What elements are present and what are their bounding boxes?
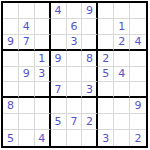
sudoku-cell-empty[interactable] xyxy=(51,98,67,114)
sudoku-cell-empty[interactable] xyxy=(82,67,98,83)
sudoku-cell-empty[interactable] xyxy=(114,51,130,67)
sudoku-cell-given[interactable]: 8 xyxy=(82,51,98,67)
sudoku-cell-empty[interactable] xyxy=(19,114,35,130)
sudoku-cell-given[interactable]: 5 xyxy=(51,114,67,130)
sudoku-cell-given[interactable]: 9 xyxy=(3,35,19,51)
sudoku-cell-empty[interactable] xyxy=(114,130,130,146)
sudoku-cell-empty[interactable] xyxy=(82,98,98,114)
sudoku-cell-empty[interactable] xyxy=(19,82,35,98)
sudoku-cell-empty[interactable] xyxy=(19,3,35,19)
sudoku-cell-empty[interactable] xyxy=(114,98,130,114)
sudoku-cell-empty[interactable] xyxy=(35,114,51,130)
sudoku-cell-empty[interactable] xyxy=(3,67,19,83)
sudoku-cell-empty[interactable] xyxy=(19,98,35,114)
sudoku-cell-empty[interactable] xyxy=(35,82,51,98)
sudoku-cell-empty[interactable] xyxy=(67,130,83,146)
sudoku-cell-given[interactable]: 5 xyxy=(3,130,19,146)
sudoku-board: 49461973241982935473895725432 xyxy=(1,1,148,148)
sudoku-cell-given[interactable]: 2 xyxy=(114,35,130,51)
sudoku-cell-empty[interactable] xyxy=(130,19,146,35)
sudoku-cell-empty[interactable] xyxy=(67,67,83,83)
sudoku-cell-empty[interactable] xyxy=(82,35,98,51)
sudoku-cell-empty[interactable] xyxy=(51,35,67,51)
sudoku-cell-empty[interactable] xyxy=(3,114,19,130)
sudoku-cell-given[interactable]: 1 xyxy=(35,51,51,67)
sudoku-cell-empty[interactable] xyxy=(19,130,35,146)
sudoku-cell-empty[interactable] xyxy=(67,98,83,114)
sudoku-cell-given[interactable]: 3 xyxy=(35,67,51,83)
sudoku-cell-given[interactable]: 3 xyxy=(82,82,98,98)
sudoku-cell-empty[interactable] xyxy=(98,82,114,98)
sudoku-cell-given[interactable]: 9 xyxy=(82,3,98,19)
sudoku-cell-given[interactable]: 4 xyxy=(51,3,67,19)
sudoku-cell-empty[interactable] xyxy=(130,114,146,130)
sudoku-cell-empty[interactable] xyxy=(67,82,83,98)
sudoku-cell-empty[interactable] xyxy=(51,19,67,35)
sudoku-cell-empty[interactable] xyxy=(130,51,146,67)
sudoku-cell-empty[interactable] xyxy=(35,3,51,19)
sudoku-cell-empty[interactable] xyxy=(130,3,146,19)
sudoku-cell-given[interactable]: 4 xyxy=(19,19,35,35)
sudoku-cell-empty[interactable] xyxy=(51,130,67,146)
sudoku-cell-empty[interactable] xyxy=(3,19,19,35)
sudoku-cell-given[interactable]: 7 xyxy=(51,82,67,98)
sudoku-cell-empty[interactable] xyxy=(98,98,114,114)
sudoku-cell-empty[interactable] xyxy=(3,51,19,67)
sudoku-cell-empty[interactable] xyxy=(3,82,19,98)
sudoku-cell-given[interactable]: 4 xyxy=(114,67,130,83)
sudoku-cell-given[interactable]: 2 xyxy=(130,130,146,146)
sudoku-cell-empty[interactable] xyxy=(130,82,146,98)
sudoku-cell-given[interactable]: 5 xyxy=(98,67,114,83)
sudoku-cell-given[interactable]: 9 xyxy=(51,51,67,67)
sudoku-cell-given[interactable]: 3 xyxy=(98,130,114,146)
sudoku-cell-empty[interactable] xyxy=(130,67,146,83)
sudoku-cell-empty[interactable] xyxy=(82,130,98,146)
sudoku-cell-empty[interactable] xyxy=(67,3,83,19)
sudoku-cell-given[interactable]: 6 xyxy=(67,19,83,35)
sudoku-cell-given[interactable]: 7 xyxy=(67,114,83,130)
sudoku-cell-empty[interactable] xyxy=(51,67,67,83)
sudoku-cell-empty[interactable] xyxy=(35,35,51,51)
sudoku-cell-given[interactable]: 8 xyxy=(3,98,19,114)
sudoku-cell-empty[interactable] xyxy=(98,114,114,130)
sudoku-cell-empty[interactable] xyxy=(19,51,35,67)
sudoku-cell-empty[interactable] xyxy=(114,3,130,19)
sudoku-cell-empty[interactable] xyxy=(82,19,98,35)
sudoku-cell-empty[interactable] xyxy=(35,19,51,35)
sudoku-cell-given[interactable]: 3 xyxy=(67,35,83,51)
sudoku-cell-empty[interactable] xyxy=(114,82,130,98)
sudoku-cell-given[interactable]: 9 xyxy=(130,98,146,114)
sudoku-cell-given[interactable]: 2 xyxy=(98,51,114,67)
sudoku-cell-empty[interactable] xyxy=(35,98,51,114)
sudoku-cell-given[interactable]: 4 xyxy=(130,35,146,51)
sudoku-cell-given[interactable]: 4 xyxy=(35,130,51,146)
sudoku-cell-given[interactable]: 7 xyxy=(19,35,35,51)
sudoku-cell-empty[interactable] xyxy=(98,3,114,19)
sudoku-cell-empty[interactable] xyxy=(98,19,114,35)
sudoku-cell-empty[interactable] xyxy=(114,114,130,130)
sudoku-cell-given[interactable]: 2 xyxy=(82,114,98,130)
sudoku-cell-empty[interactable] xyxy=(67,51,83,67)
sudoku-cell-given[interactable]: 9 xyxy=(19,67,35,83)
sudoku-cell-given[interactable]: 1 xyxy=(114,19,130,35)
sudoku-cell-empty[interactable] xyxy=(98,35,114,51)
sudoku-cell-empty[interactable] xyxy=(3,3,19,19)
